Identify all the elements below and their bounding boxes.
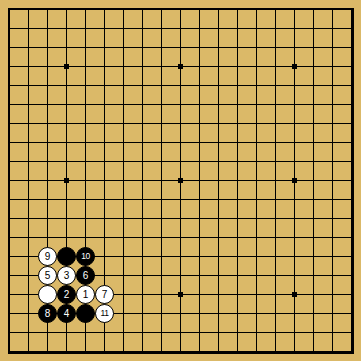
star-point [178,64,183,69]
stone-C6: 9 [38,247,57,266]
move-number: 1 [83,290,89,300]
star-point [64,178,69,183]
move-number: 6 [83,271,89,281]
stone-D4: 2 [57,285,76,304]
move-number: 3 [64,271,70,281]
move-number: 5 [45,271,51,281]
star-point [178,292,183,297]
star-point [178,178,183,183]
stone-D6 [57,247,76,266]
stone-C3: 8 [38,304,57,323]
move-number: 4 [64,309,70,319]
move-number: 9 [45,252,51,262]
stone-E4: 1 [76,285,95,304]
stone-E5: 6 [76,266,95,285]
move-number: 8 [45,309,51,319]
star-point [292,178,297,183]
stone-C4 [38,285,57,304]
move-number: 11 [101,309,109,318]
star-point [292,64,297,69]
stone-C5: 5 [38,266,57,285]
move-number: 10 [81,252,89,261]
move-number: 7 [102,290,108,300]
go-board: 9105362178411 [0,0,361,361]
star-point [64,64,69,69]
move-number: 2 [64,290,70,300]
stone-F4: 7 [95,285,114,304]
stone-E6: 10 [76,247,95,266]
stone-F3: 11 [95,304,114,323]
star-point [292,292,297,297]
stone-E3 [76,304,95,323]
stone-D3: 4 [57,304,76,323]
stone-D5: 3 [57,266,76,285]
